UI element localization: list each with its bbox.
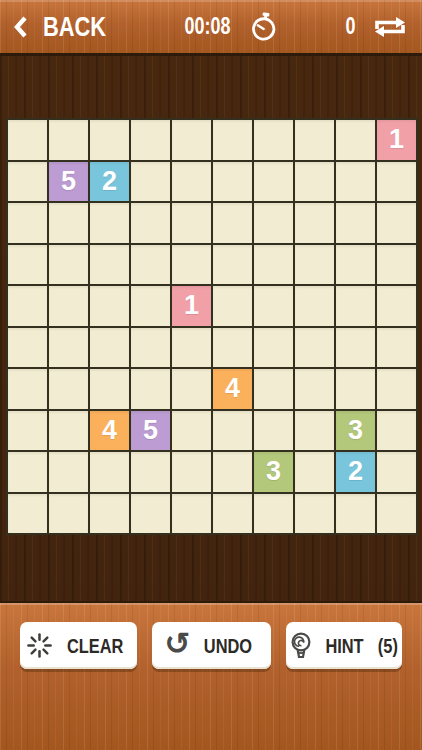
endpoint-number: 1 bbox=[389, 126, 404, 153]
cell[interactable] bbox=[8, 162, 47, 202]
undo-button[interactable]: ↺ UNDO bbox=[152, 622, 271, 669]
cell[interactable] bbox=[295, 203, 334, 243]
cell[interactable] bbox=[172, 162, 211, 202]
cell[interactable] bbox=[213, 411, 252, 451]
cell[interactable] bbox=[254, 120, 293, 160]
cell[interactable] bbox=[90, 494, 129, 534]
endpoint-number: 1 bbox=[184, 292, 199, 319]
cell[interactable] bbox=[8, 245, 47, 285]
cell[interactable] bbox=[90, 328, 129, 368]
clear-burst-icon bbox=[26, 632, 53, 659]
cell[interactable] bbox=[8, 411, 47, 451]
endpoint-1[interactable]: 1 bbox=[172, 286, 211, 326]
cell[interactable] bbox=[213, 203, 252, 243]
cell[interactable] bbox=[213, 452, 252, 492]
timer-group: 00:08 bbox=[178, 0, 280, 53]
cell[interactable] bbox=[172, 452, 211, 492]
cell[interactable] bbox=[377, 245, 416, 285]
cell[interactable] bbox=[8, 369, 47, 409]
cell[interactable] bbox=[49, 245, 88, 285]
cell[interactable] bbox=[254, 162, 293, 202]
cell[interactable] bbox=[213, 120, 252, 160]
cell[interactable] bbox=[8, 494, 47, 534]
cell[interactable] bbox=[172, 411, 211, 451]
cell[interactable] bbox=[90, 286, 129, 326]
cell[interactable] bbox=[254, 245, 293, 285]
cell[interactable] bbox=[336, 286, 375, 326]
endpoint-number: 2 bbox=[348, 458, 363, 485]
cell[interactable] bbox=[254, 203, 293, 243]
cell[interactable] bbox=[295, 411, 334, 451]
cell[interactable] bbox=[377, 328, 416, 368]
endpoint-2[interactable]: 2 bbox=[336, 452, 375, 492]
cell[interactable] bbox=[295, 328, 334, 368]
cell[interactable] bbox=[336, 369, 375, 409]
hint-label: HINT bbox=[325, 634, 363, 658]
cell[interactable] bbox=[8, 203, 47, 243]
cell[interactable] bbox=[172, 120, 211, 160]
cell[interactable] bbox=[8, 452, 47, 492]
cell[interactable] bbox=[49, 411, 88, 451]
cell[interactable] bbox=[377, 162, 416, 202]
header-bar: BACK 00:08 0 bbox=[0, 0, 422, 56]
toolbar: CLEAR ↺ UNDO HINT (5) bbox=[0, 622, 422, 669]
timer-value: 00:08 bbox=[184, 13, 230, 40]
cell[interactable] bbox=[254, 328, 293, 368]
endpoint-number: 5 bbox=[143, 417, 158, 444]
undo-arrow-icon: ↺ bbox=[165, 628, 191, 659]
endpoint-number: 5 bbox=[61, 168, 76, 195]
cell[interactable] bbox=[90, 452, 129, 492]
cell[interactable] bbox=[49, 286, 88, 326]
endpoint-3[interactable]: 3 bbox=[254, 452, 293, 492]
clear-button[interactable]: CLEAR bbox=[20, 622, 137, 669]
back-button[interactable]: BACK bbox=[14, 0, 115, 53]
cell[interactable] bbox=[49, 328, 88, 368]
cell[interactable] bbox=[377, 452, 416, 492]
cell[interactable] bbox=[336, 162, 375, 202]
endpoint-4[interactable]: 4 bbox=[213, 369, 252, 409]
back-chevron-icon bbox=[14, 15, 28, 39]
moves-group: 0 bbox=[344, 0, 410, 53]
cell[interactable] bbox=[336, 245, 375, 285]
endpoint-2[interactable]: 2 bbox=[90, 162, 129, 202]
cell[interactable] bbox=[213, 328, 252, 368]
endpoint-1[interactable]: 1 bbox=[377, 120, 416, 160]
cell[interactable] bbox=[336, 203, 375, 243]
moves-count: 0 bbox=[346, 13, 356, 40]
swap-arrows-icon[interactable] bbox=[370, 13, 410, 41]
cell[interactable] bbox=[254, 494, 293, 534]
back-label: BACK bbox=[43, 11, 106, 43]
cell[interactable] bbox=[90, 203, 129, 243]
stopwatch-icon bbox=[248, 11, 280, 43]
hint-count: (5) bbox=[377, 634, 397, 658]
cell[interactable] bbox=[131, 203, 170, 243]
cell[interactable] bbox=[254, 369, 293, 409]
cell[interactable] bbox=[295, 120, 334, 160]
cell[interactable] bbox=[295, 286, 334, 326]
cell[interactable] bbox=[131, 494, 170, 534]
cell[interactable] bbox=[254, 411, 293, 451]
cell[interactable] bbox=[377, 369, 416, 409]
cell[interactable] bbox=[131, 369, 170, 409]
undo-label: UNDO bbox=[203, 634, 251, 658]
cell[interactable] bbox=[172, 369, 211, 409]
cell[interactable] bbox=[336, 120, 375, 160]
game-screen: BACK 00:08 0 bbox=[0, 0, 422, 750]
cell[interactable] bbox=[131, 452, 170, 492]
cell[interactable] bbox=[295, 162, 334, 202]
cell[interactable] bbox=[90, 120, 129, 160]
cell[interactable] bbox=[8, 286, 47, 326]
cell[interactable] bbox=[377, 494, 416, 534]
endpoint-number: 2 bbox=[102, 168, 117, 195]
endpoint-3[interactable]: 3 bbox=[336, 411, 375, 451]
cell[interactable] bbox=[49, 452, 88, 492]
cell[interactable] bbox=[172, 245, 211, 285]
cell[interactable] bbox=[49, 369, 88, 409]
cell[interactable] bbox=[213, 286, 252, 326]
endpoint-number: 3 bbox=[266, 458, 281, 485]
cell[interactable] bbox=[172, 328, 211, 368]
cell[interactable] bbox=[213, 245, 252, 285]
cell[interactable] bbox=[8, 120, 47, 160]
cell[interactable] bbox=[131, 162, 170, 202]
cell[interactable] bbox=[336, 494, 375, 534]
clear-label: CLEAR bbox=[67, 634, 123, 658]
cell[interactable] bbox=[49, 494, 88, 534]
cell[interactable] bbox=[90, 245, 129, 285]
cell[interactable] bbox=[172, 203, 211, 243]
cell[interactable] bbox=[49, 203, 88, 243]
lightbulb-icon bbox=[288, 631, 314, 661]
hint-button[interactable]: HINT (5) bbox=[286, 622, 402, 669]
cell[interactable] bbox=[213, 494, 252, 534]
cell[interactable] bbox=[131, 286, 170, 326]
cell[interactable] bbox=[131, 328, 170, 368]
cell[interactable] bbox=[131, 120, 170, 160]
cell[interactable] bbox=[295, 245, 334, 285]
cell[interactable] bbox=[213, 162, 252, 202]
endpoint-5[interactable]: 5 bbox=[131, 411, 170, 451]
cell[interactable] bbox=[377, 286, 416, 326]
cell[interactable] bbox=[8, 328, 47, 368]
endpoint-number: 3 bbox=[348, 417, 363, 444]
endpoint-5[interactable]: 5 bbox=[49, 162, 88, 202]
endpoint-number: 4 bbox=[225, 375, 240, 402]
board: 1521445332 bbox=[6, 118, 418, 535]
cell[interactable] bbox=[295, 369, 334, 409]
cell[interactable] bbox=[377, 203, 416, 243]
cell[interactable] bbox=[172, 494, 211, 534]
cell[interactable] bbox=[295, 494, 334, 534]
cell[interactable] bbox=[49, 120, 88, 160]
cell[interactable] bbox=[131, 245, 170, 285]
endpoint-4[interactable]: 4 bbox=[90, 411, 129, 451]
endpoint-number: 4 bbox=[102, 417, 117, 444]
cell[interactable] bbox=[254, 286, 293, 326]
cell[interactable] bbox=[336, 328, 375, 368]
cell[interactable] bbox=[295, 452, 334, 492]
cell[interactable] bbox=[90, 369, 129, 409]
cell[interactable] bbox=[377, 411, 416, 451]
